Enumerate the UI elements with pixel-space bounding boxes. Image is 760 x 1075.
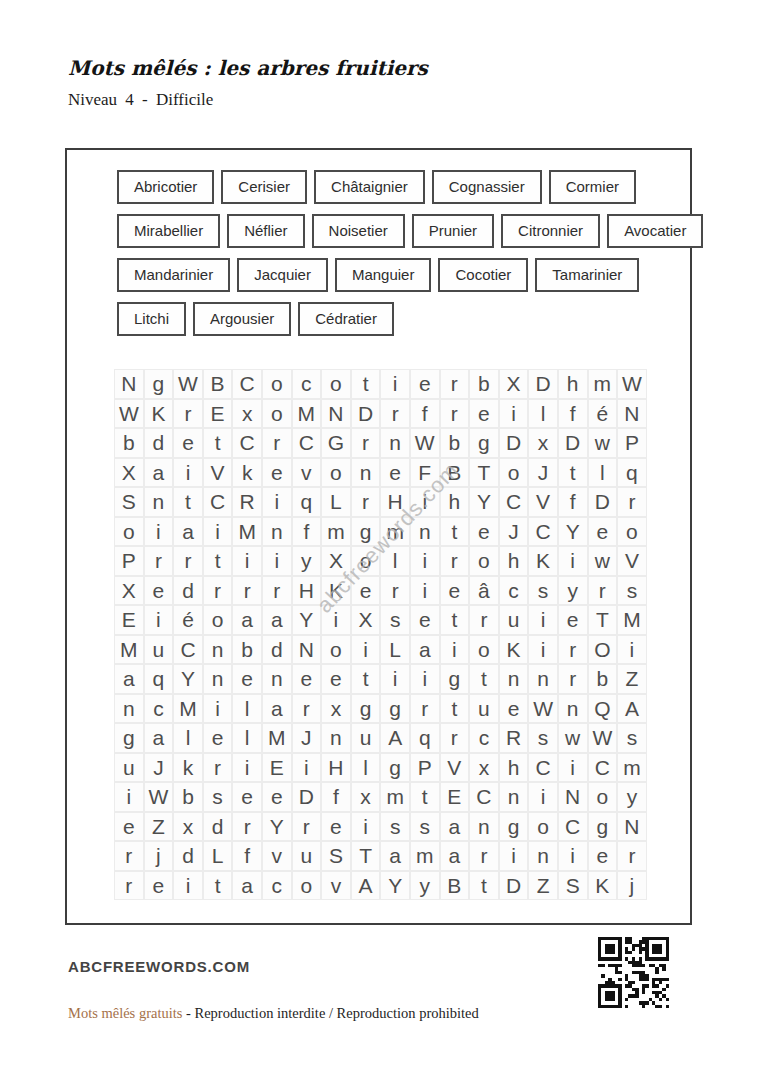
grid-cell[interactable]: e (380, 458, 410, 488)
grid-cell[interactable]: B (203, 369, 233, 399)
grid-cell[interactable]: n (499, 782, 529, 812)
grid-cell[interactable]: m (321, 517, 351, 547)
grid-cell[interactable]: k (232, 458, 262, 488)
grid-cell[interactable]: N (617, 812, 647, 842)
grid-cell[interactable]: e (558, 605, 588, 635)
grid-cell[interactable]: l (351, 753, 381, 783)
grid-cell[interactable]: r (617, 841, 647, 871)
grid-cell[interactable]: c (144, 694, 174, 724)
grid-cell[interactable]: D (588, 487, 618, 517)
grid-cell[interactable]: M (292, 399, 322, 429)
grid-cell[interactable]: i (351, 635, 381, 665)
grid-cell[interactable]: e (469, 517, 499, 547)
grid-cell[interactable]: e (203, 723, 233, 753)
grid-cell[interactable]: V (528, 487, 558, 517)
grid-cell[interactable]: e (114, 812, 144, 842)
grid-cell[interactable]: s (617, 576, 647, 606)
grid-cell[interactable]: d (144, 428, 174, 458)
grid-cell[interactable]: L (321, 487, 351, 517)
grid-cell[interactable]: P (617, 428, 647, 458)
grid-cell[interactable]: t (440, 694, 470, 724)
word-chip-litchi[interactable]: Litchi (117, 302, 186, 336)
grid-cell[interactable]: D (292, 782, 322, 812)
grid-cell[interactable]: J (292, 723, 322, 753)
grid-cell[interactable]: r (351, 428, 381, 458)
grid-cell[interactable]: b (469, 369, 499, 399)
grid-cell[interactable]: b (440, 428, 470, 458)
grid-cell[interactable]: s (528, 576, 558, 606)
grid-cell[interactable]: e (321, 812, 351, 842)
grid-cell[interactable]: R (232, 487, 262, 517)
grid-cell[interactable]: a (114, 664, 144, 694)
grid-cell[interactable]: E (114, 605, 144, 635)
grid-cell[interactable]: l (232, 723, 262, 753)
grid-cell[interactable]: M (173, 694, 203, 724)
grid-cell[interactable]: o (292, 871, 322, 901)
grid-cell[interactable]: W (410, 428, 440, 458)
grid-cell[interactable]: Q (588, 694, 618, 724)
grid-cell[interactable]: i (617, 635, 647, 665)
grid-cell[interactable]: t (351, 369, 381, 399)
grid-cell[interactable]: h (558, 369, 588, 399)
grid-cell[interactable]: L (380, 635, 410, 665)
grid-cell[interactable]: i (380, 369, 410, 399)
grid-cell[interactable]: l (232, 694, 262, 724)
grid-cell[interactable]: C (528, 753, 558, 783)
grid-cell[interactable]: l (173, 723, 203, 753)
grid-cell[interactable]: c (499, 576, 529, 606)
grid-cell[interactable]: n (380, 428, 410, 458)
grid-cell[interactable]: r (469, 841, 499, 871)
grid-cell[interactable]: q (144, 664, 174, 694)
grid-cell[interactable]: N (558, 782, 588, 812)
grid-cell[interactable]: W (144, 782, 174, 812)
grid-cell[interactable]: o (203, 605, 233, 635)
grid-cell[interactable]: r (469, 605, 499, 635)
word-chip-châtaignier[interactable]: Châtaignier (314, 170, 425, 204)
grid-cell[interactable]: r (440, 546, 470, 576)
grid-cell[interactable]: i (144, 517, 174, 547)
grid-cell[interactable]: d (262, 635, 292, 665)
grid-cell[interactable]: b (232, 635, 262, 665)
grid-cell[interactable]: o (528, 812, 558, 842)
grid-cell[interactable]: A (380, 723, 410, 753)
grid-cell[interactable]: X (114, 458, 144, 488)
grid-cell[interactable]: h (440, 487, 470, 517)
grid-cell[interactable]: W (173, 369, 203, 399)
grid-cell[interactable]: q (410, 723, 440, 753)
grid-cell[interactable]: M (114, 635, 144, 665)
grid-cell[interactable]: C (232, 428, 262, 458)
grid-cell[interactable]: C (232, 369, 262, 399)
grid-cell[interactable]: e (410, 369, 440, 399)
grid-cell[interactable]: r (351, 487, 381, 517)
grid-cell[interactable]: f (558, 487, 588, 517)
grid-cell[interactable]: t (440, 605, 470, 635)
grid-cell[interactable]: e (262, 782, 292, 812)
grid-cell[interactable]: K (144, 399, 174, 429)
grid-cell[interactable]: c (469, 723, 499, 753)
grid-cell[interactable]: r (558, 635, 588, 665)
grid-cell[interactable]: e (440, 576, 470, 606)
grid-cell[interactable]: s (410, 812, 440, 842)
grid-cell[interactable]: a (262, 605, 292, 635)
grid-cell[interactable]: t (351, 664, 381, 694)
grid-cell[interactable]: g (588, 812, 618, 842)
grid-cell[interactable]: e (173, 428, 203, 458)
grid-cell[interactable]: i (203, 517, 233, 547)
grid-cell[interactable]: M (617, 605, 647, 635)
grid-cell[interactable]: i (410, 546, 440, 576)
grid-cell[interactable]: i (321, 605, 351, 635)
grid-cell[interactable]: e (232, 664, 262, 694)
grid-cell[interactable]: s (617, 723, 647, 753)
grid-cell[interactable]: K (588, 871, 618, 901)
grid-cell[interactable]: o (262, 369, 292, 399)
grid-cell[interactable]: Y (469, 487, 499, 517)
grid-cell[interactable]: e (321, 664, 351, 694)
grid-cell[interactable]: C (203, 487, 233, 517)
grid-cell[interactable]: a (232, 871, 262, 901)
word-chip-mandarinier[interactable]: Mandarinier (117, 258, 230, 292)
grid-cell[interactable]: r (144, 546, 174, 576)
grid-cell[interactable]: n (499, 664, 529, 694)
grid-cell[interactable]: t (173, 487, 203, 517)
grid-cell[interactable]: s (380, 605, 410, 635)
grid-cell[interactable]: i (144, 605, 174, 635)
word-chip-citronnier[interactable]: Citronnier (501, 214, 600, 248)
grid-cell[interactable]: J (499, 517, 529, 547)
grid-cell[interactable]: s (203, 782, 233, 812)
grid-cell[interactable]: X (351, 605, 381, 635)
grid-cell[interactable]: i (232, 753, 262, 783)
grid-cell[interactable]: a (173, 517, 203, 547)
grid-cell[interactable]: g (380, 753, 410, 783)
word-chip-avocatier[interactable]: Avocatier (607, 214, 703, 248)
grid-cell[interactable]: N (292, 635, 322, 665)
grid-cell[interactable]: H (380, 487, 410, 517)
grid-cell[interactable]: W (528, 694, 558, 724)
grid-cell[interactable]: r (292, 812, 322, 842)
grid-cell[interactable]: D (558, 428, 588, 458)
grid-cell[interactable]: é (173, 605, 203, 635)
word-chip-noisetier[interactable]: Noisetier (312, 214, 405, 248)
grid-cell[interactable]: E (440, 782, 470, 812)
grid-cell[interactable]: J (144, 753, 174, 783)
grid-cell[interactable]: e (588, 517, 618, 547)
grid-cell[interactable]: j (144, 841, 174, 871)
grid-cell[interactable]: i (173, 871, 203, 901)
grid-cell[interactable]: w (588, 546, 618, 576)
grid-cell[interactable]: r (232, 812, 262, 842)
grid-cell[interactable]: u (351, 723, 381, 753)
grid-cell[interactable]: m (380, 517, 410, 547)
grid-cell[interactable]: g (499, 812, 529, 842)
grid-cell[interactable]: X (499, 369, 529, 399)
grid-cell[interactable]: x (528, 428, 558, 458)
grid-cell[interactable]: T (351, 841, 381, 871)
grid-cell[interactable]: r (440, 723, 470, 753)
grid-cell[interactable]: t (440, 517, 470, 547)
grid-cell[interactable]: r (380, 576, 410, 606)
grid-cell[interactable]: H (321, 753, 351, 783)
grid-cell[interactable]: e (588, 841, 618, 871)
grid-cell[interactable]: a (144, 723, 174, 753)
grid-cell[interactable]: Y (558, 517, 588, 547)
grid-cell[interactable]: o (588, 782, 618, 812)
grid-cell[interactable]: t (469, 664, 499, 694)
grid-cell[interactable]: h (499, 546, 529, 576)
grid-cell[interactable]: s (528, 723, 558, 753)
grid-cell[interactable]: P (114, 546, 144, 576)
grid-cell[interactable]: r (114, 841, 144, 871)
grid-cell[interactable]: K (528, 546, 558, 576)
word-chip-cormier[interactable]: Cormier (549, 170, 636, 204)
grid-cell[interactable]: a (262, 694, 292, 724)
grid-cell[interactable]: t (203, 428, 233, 458)
grid-cell[interactable]: g (114, 723, 144, 753)
word-chip-abricotier[interactable]: Abricotier (117, 170, 214, 204)
grid-cell[interactable]: C (528, 517, 558, 547)
grid-cell[interactable]: B (440, 871, 470, 901)
grid-cell[interactable]: t (469, 871, 499, 901)
grid-cell[interactable]: r (173, 399, 203, 429)
grid-cell[interactable]: r (617, 487, 647, 517)
grid-cell[interactable]: r (232, 576, 262, 606)
word-chip-argousier[interactable]: Argousier (193, 302, 291, 336)
grid-cell[interactable]: y (410, 871, 440, 901)
grid-cell[interactable]: L (203, 841, 233, 871)
grid-cell[interactable]: c (292, 369, 322, 399)
grid-cell[interactable]: g (351, 517, 381, 547)
grid-cell[interactable]: Y (262, 812, 292, 842)
grid-cell[interactable]: m (617, 753, 647, 783)
grid-cell[interactable]: N (114, 369, 144, 399)
grid-cell[interactable]: w (588, 428, 618, 458)
grid-cell[interactable]: W (617, 369, 647, 399)
grid-cell[interactable]: i (351, 812, 381, 842)
grid-cell[interactable]: g (440, 664, 470, 694)
grid-cell[interactable]: u (114, 753, 144, 783)
grid-cell[interactable]: u (499, 605, 529, 635)
grid-cell[interactable]: l (588, 458, 618, 488)
grid-cell[interactable]: i (380, 664, 410, 694)
grid-cell[interactable]: y (617, 782, 647, 812)
grid-cell[interactable]: f (292, 517, 322, 547)
grid-cell[interactable]: a (440, 812, 470, 842)
grid-cell[interactable]: C (558, 812, 588, 842)
grid-cell[interactable]: i (173, 458, 203, 488)
grid-cell[interactable]: i (262, 546, 292, 576)
grid-cell[interactable]: V (203, 458, 233, 488)
grid-cell[interactable]: t (203, 546, 233, 576)
grid-cell[interactable]: S (558, 871, 588, 901)
grid-cell[interactable]: e (262, 458, 292, 488)
grid-cell[interactable]: t (203, 871, 233, 901)
grid-cell[interactable]: d (173, 576, 203, 606)
grid-cell[interactable]: m (380, 782, 410, 812)
grid-cell[interactable]: e (410, 605, 440, 635)
grid-cell[interactable]: r (262, 576, 292, 606)
grid-cell[interactable]: â (469, 576, 499, 606)
grid-cell[interactable]: u (144, 635, 174, 665)
grid-cell[interactable]: l (528, 399, 558, 429)
grid-cell[interactable]: x (321, 694, 351, 724)
grid-cell[interactable]: K (321, 576, 351, 606)
grid-cell[interactable]: o (262, 399, 292, 429)
grid-cell[interactable]: m (410, 841, 440, 871)
grid-cell[interactable]: V (440, 753, 470, 783)
grid-cell[interactable]: G (321, 428, 351, 458)
grid-cell[interactable]: r (380, 399, 410, 429)
grid-cell[interactable]: i (262, 487, 292, 517)
grid-cell[interactable]: g (380, 694, 410, 724)
grid-cell[interactable]: A (617, 694, 647, 724)
grid-cell[interactable]: n (262, 517, 292, 547)
grid-cell[interactable]: a (144, 458, 174, 488)
grid-cell[interactable]: j (617, 871, 647, 901)
grid-cell[interactable]: r (588, 576, 618, 606)
word-chip-tamarinier[interactable]: Tamarinier (535, 258, 639, 292)
grid-cell[interactable]: r (440, 399, 470, 429)
grid-cell[interactable]: C (173, 635, 203, 665)
grid-cell[interactable]: Z (144, 812, 174, 842)
grid-cell[interactable]: D (351, 399, 381, 429)
grid-cell[interactable]: i (440, 635, 470, 665)
grid-cell[interactable]: f (321, 782, 351, 812)
grid-cell[interactable]: i (203, 694, 233, 724)
grid-cell[interactable]: d (203, 812, 233, 842)
grid-cell[interactable]: r (558, 664, 588, 694)
grid-cell[interactable]: i (410, 664, 440, 694)
grid-cell[interactable]: y (558, 576, 588, 606)
grid-cell[interactable]: Y (380, 871, 410, 901)
grid-cell[interactable]: t (558, 458, 588, 488)
grid-cell[interactable]: i (232, 546, 262, 576)
grid-cell[interactable]: V (617, 546, 647, 576)
grid-cell[interactable]: i (114, 782, 144, 812)
grid-cell[interactable]: r (203, 576, 233, 606)
grid-cell[interactable]: Z (528, 871, 558, 901)
grid-cell[interactable]: P (410, 753, 440, 783)
grid-cell[interactable]: a (380, 841, 410, 871)
grid-cell[interactable]: o (321, 458, 351, 488)
grid-cell[interactable]: k (173, 753, 203, 783)
grid-cell[interactable]: i (292, 753, 322, 783)
grid-cell[interactable]: i (558, 546, 588, 576)
grid-cell[interactable]: i (499, 399, 529, 429)
grid-cell[interactable]: M (262, 723, 292, 753)
grid-cell[interactable]: f (232, 841, 262, 871)
grid-cell[interactable]: T (469, 458, 499, 488)
grid-cell[interactable]: o (321, 635, 351, 665)
grid-cell[interactable]: r (114, 871, 144, 901)
grid-cell[interactable]: e (144, 871, 174, 901)
grid-cell[interactable]: n (262, 664, 292, 694)
grid-cell[interactable]: H (292, 576, 322, 606)
grid-cell[interactable]: Z (617, 664, 647, 694)
grid-cell[interactable]: c (262, 871, 292, 901)
grid-cell[interactable]: e (351, 576, 381, 606)
word-chip-cognassier[interactable]: Cognassier (432, 170, 542, 204)
grid-cell[interactable]: x (469, 753, 499, 783)
grid-cell[interactable]: W (114, 399, 144, 429)
grid-cell[interactable]: i (499, 841, 529, 871)
grid-cell[interactable]: f (558, 399, 588, 429)
grid-cell[interactable]: C (588, 753, 618, 783)
grid-cell[interactable]: h (499, 753, 529, 783)
grid-cell[interactable]: B (440, 458, 470, 488)
grid-cell[interactable]: a (440, 841, 470, 871)
grid-cell[interactable]: t (410, 782, 440, 812)
grid-cell[interactable]: d (173, 841, 203, 871)
grid-cell[interactable]: r (262, 428, 292, 458)
grid-cell[interactable]: E (203, 399, 233, 429)
grid-cell[interactable]: M (232, 517, 262, 547)
grid-cell[interactable]: a (410, 635, 440, 665)
grid-cell[interactable]: C (469, 782, 499, 812)
word-chip-cédratier[interactable]: Cédratier (298, 302, 394, 336)
grid-cell[interactable]: e (499, 694, 529, 724)
grid-cell[interactable]: s (380, 812, 410, 842)
grid-cell[interactable]: w (558, 723, 588, 753)
grid-cell[interactable]: l (380, 546, 410, 576)
grid-cell[interactable]: o (469, 546, 499, 576)
grid-cell[interactable]: i (558, 753, 588, 783)
grid-cell[interactable]: o (114, 517, 144, 547)
grid-cell[interactable]: i (528, 782, 558, 812)
grid-cell[interactable]: i (410, 487, 440, 517)
grid-cell[interactable]: v (292, 458, 322, 488)
grid-cell[interactable]: n (528, 664, 558, 694)
grid-cell[interactable]: f (410, 399, 440, 429)
grid-cell[interactable]: r (292, 694, 322, 724)
grid-cell[interactable]: e (232, 782, 262, 812)
word-chip-jacquier[interactable]: Jacquier (237, 258, 328, 292)
grid-cell[interactable]: i (558, 841, 588, 871)
grid-cell[interactable]: n (469, 812, 499, 842)
grid-cell[interactable]: D (499, 428, 529, 458)
grid-cell[interactable]: o (351, 546, 381, 576)
grid-cell[interactable]: y (292, 546, 322, 576)
grid-cell[interactable]: r (173, 546, 203, 576)
grid-cell[interactable]: n (114, 694, 144, 724)
grid-cell[interactable]: n (203, 635, 233, 665)
grid-cell[interactable]: g (469, 428, 499, 458)
grid-cell[interactable]: é (588, 399, 618, 429)
grid-cell[interactable]: b (114, 428, 144, 458)
word-chip-cerisier[interactable]: Cerisier (221, 170, 307, 204)
grid-cell[interactable]: o (499, 458, 529, 488)
grid-cell[interactable]: o (617, 517, 647, 547)
grid-cell[interactable]: C (499, 487, 529, 517)
grid-cell[interactable]: r (410, 694, 440, 724)
grid-cell[interactable]: X (321, 546, 351, 576)
grid-cell[interactable]: x (173, 812, 203, 842)
grid-cell[interactable]: J (528, 458, 558, 488)
grid-cell[interactable]: u (292, 841, 322, 871)
grid-cell[interactable]: i (410, 576, 440, 606)
grid-cell[interactable]: E (262, 753, 292, 783)
grid-cell[interactable]: C (292, 428, 322, 458)
grid-cell[interactable]: i (528, 605, 558, 635)
grid-cell[interactable]: S (321, 841, 351, 871)
grid-cell[interactable]: O (588, 635, 618, 665)
grid-cell[interactable]: o (321, 369, 351, 399)
grid-cell[interactable]: W (588, 723, 618, 753)
word-chip-mirabellier[interactable]: Mirabellier (117, 214, 220, 248)
grid-cell[interactable]: q (617, 458, 647, 488)
